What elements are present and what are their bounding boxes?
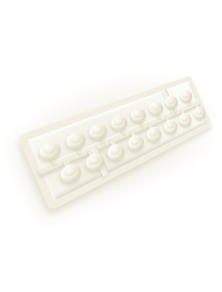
piece-knob bbox=[63, 129, 88, 151]
piece-stud bbox=[132, 108, 142, 118]
piece-stud bbox=[63, 164, 76, 177]
piece-stud bbox=[42, 141, 56, 153]
piece-knob bbox=[179, 88, 195, 104]
piece-stud bbox=[130, 135, 140, 145]
piece-knob bbox=[87, 121, 110, 142]
piece-stud bbox=[113, 115, 124, 125]
piece-knob bbox=[105, 141, 127, 162]
piece-stud bbox=[68, 132, 81, 144]
piece-stud bbox=[150, 101, 159, 110]
piece-stud bbox=[148, 127, 158, 137]
product-photo bbox=[0, 0, 222, 292]
piece-knob bbox=[83, 151, 106, 174]
piece-knob bbox=[129, 106, 148, 124]
piece-stud bbox=[195, 106, 203, 114]
piece-knob bbox=[145, 125, 163, 144]
piece-stud bbox=[166, 95, 175, 104]
piece-stud bbox=[181, 89, 189, 97]
piece-knob bbox=[126, 133, 146, 153]
piece-stud bbox=[165, 119, 174, 128]
piece-stud bbox=[87, 153, 99, 165]
piece-stud bbox=[180, 113, 188, 122]
piece-knob bbox=[109, 113, 130, 133]
piece-stud bbox=[109, 143, 120, 154]
piece-stud bbox=[91, 123, 103, 134]
piece-knob bbox=[58, 161, 84, 185]
piece-knob bbox=[192, 105, 207, 121]
piece-knob bbox=[36, 139, 63, 163]
